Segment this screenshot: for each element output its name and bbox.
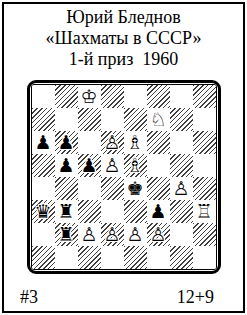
piece-black-pawn: ♟ <box>78 154 101 177</box>
square-a4 <box>32 177 55 200</box>
piece-black-rook: ♜ <box>55 200 78 223</box>
square-a5 <box>32 154 55 177</box>
square-h4 <box>193 177 216 200</box>
square-c3 <box>78 200 101 223</box>
square-h5 <box>193 154 216 177</box>
square-b6: ♟ <box>55 131 78 154</box>
award-line: 1-й приз 1960 <box>4 49 243 70</box>
square-e5: ♗ <box>124 154 147 177</box>
problem-header: Юрий Бледнов «Шахматы в СССР» 1-й приз 1… <box>4 7 243 70</box>
square-a6: ♟ <box>32 131 55 154</box>
square-g7 <box>170 108 193 131</box>
square-f5 <box>147 154 170 177</box>
square-d5: ♙ <box>101 154 124 177</box>
piece-white-rook: ♖ <box>193 200 216 223</box>
square-d2: ♙ <box>101 223 124 246</box>
square-a2 <box>32 223 55 246</box>
piece-white-pawn: ♙ <box>101 131 124 154</box>
square-e2: ♙ <box>124 223 147 246</box>
square-f4 <box>147 177 170 200</box>
square-h1 <box>193 246 216 269</box>
square-h3: ♖ <box>193 200 216 223</box>
square-c4 <box>78 177 101 200</box>
square-e1 <box>124 246 147 269</box>
square-d8 <box>101 85 124 108</box>
square-b4 <box>55 177 78 200</box>
square-b5: ♟ <box>55 154 78 177</box>
square-f6 <box>147 131 170 154</box>
piece-white-bishop: ♗ <box>124 154 147 177</box>
piece-black-pawn: ♟ <box>32 131 55 154</box>
source-name: «Шахматы в СССР» <box>4 28 243 49</box>
piece-black-queen: ♛ <box>32 200 55 223</box>
piece-white-pawn: ♙ <box>101 223 124 246</box>
piece-white-pawn: ♙ <box>170 177 193 200</box>
board-inner-border: ♔♘♟♟♙♗♟♟♙♗♚♙♛♜♟♖♜♙♙♙♙ <box>31 84 217 270</box>
square-a3: ♛ <box>32 200 55 223</box>
piece-white-king: ♔ <box>78 85 101 108</box>
piece-black-rook: ♜ <box>55 223 78 246</box>
piece-white-pawn: ♙ <box>101 154 124 177</box>
stipulation: #3 <box>20 287 38 308</box>
square-f3: ♟ <box>147 200 170 223</box>
square-f7: ♘ <box>147 108 170 131</box>
square-g1 <box>170 246 193 269</box>
square-h6 <box>193 131 216 154</box>
piece-white-bishop: ♗ <box>124 131 147 154</box>
piece-white-pawn: ♙ <box>124 223 147 246</box>
square-e6: ♗ <box>124 131 147 154</box>
square-d6: ♙ <box>101 131 124 154</box>
square-a8 <box>32 85 55 108</box>
square-a7 <box>32 108 55 131</box>
square-c6 <box>78 131 101 154</box>
page: Юрий Бледнов «Шахматы в СССР» 1-й приз 1… <box>0 0 247 315</box>
square-d7 <box>101 108 124 131</box>
piece-black-pawn: ♟ <box>147 200 170 223</box>
square-h7 <box>193 108 216 131</box>
square-g3 <box>170 200 193 223</box>
chess-board: ♔♘♟♟♙♗♟♟♙♗♚♙♛♜♟♖♜♙♙♙♙ <box>27 80 221 274</box>
square-e4: ♚ <box>124 177 147 200</box>
square-f8 <box>147 85 170 108</box>
square-h2 <box>193 223 216 246</box>
square-c5: ♟ <box>78 154 101 177</box>
square-d3 <box>101 200 124 223</box>
square-e3 <box>124 200 147 223</box>
square-f2: ♙ <box>147 223 170 246</box>
square-g2 <box>170 223 193 246</box>
square-c2: ♙ <box>78 223 101 246</box>
square-b3: ♜ <box>55 200 78 223</box>
square-e7 <box>124 108 147 131</box>
square-h8 <box>193 85 216 108</box>
square-b8 <box>55 85 78 108</box>
square-b2: ♜ <box>55 223 78 246</box>
square-a1 <box>32 246 55 269</box>
caption-row: #3 12+9 <box>4 287 243 308</box>
square-c7 <box>78 108 101 131</box>
outer-frame: Юрий Бледнов «Шахматы в СССР» 1-й приз 1… <box>2 2 245 313</box>
chess-board-grid: ♔♘♟♟♙♗♟♟♙♗♚♙♛♜♟♖♜♙♙♙♙ <box>32 85 216 269</box>
piece-black-king: ♚ <box>124 177 147 200</box>
square-g6 <box>170 131 193 154</box>
composer-name: Юрий Бледнов <box>4 7 243 28</box>
square-e8 <box>124 85 147 108</box>
square-b7 <box>55 108 78 131</box>
square-g4: ♙ <box>170 177 193 200</box>
square-d4 <box>101 177 124 200</box>
square-f1 <box>147 246 170 269</box>
square-g8 <box>170 85 193 108</box>
piece-white-knight: ♘ <box>147 108 170 131</box>
square-c8: ♔ <box>78 85 101 108</box>
piece-white-pawn: ♙ <box>147 223 170 246</box>
square-c1 <box>78 246 101 269</box>
square-d1 <box>101 246 124 269</box>
material-count: 12+9 <box>177 287 214 308</box>
piece-black-pawn: ♟ <box>55 154 78 177</box>
square-g5 <box>170 154 193 177</box>
piece-black-pawn: ♟ <box>55 131 78 154</box>
piece-white-pawn: ♙ <box>78 223 101 246</box>
square-b1 <box>55 246 78 269</box>
